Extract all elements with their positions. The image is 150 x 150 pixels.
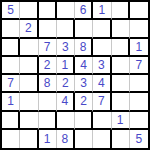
cell-r4c6[interactable]: 3 (93, 57, 111, 75)
cell-r2c6[interactable] (93, 20, 111, 38)
cell-r3c5[interactable]: 8 (75, 39, 93, 57)
cell-r4c1[interactable] (2, 57, 20, 75)
cell-r6c5[interactable]: 2 (75, 93, 93, 111)
cell-r3c8[interactable]: 1 (130, 39, 148, 57)
cell-r3c4[interactable]: 3 (57, 39, 75, 57)
cell-r7c8[interactable] (130, 112, 148, 130)
cell-r5c6[interactable]: 4 (93, 75, 111, 93)
cell-r2c2[interactable]: 2 (20, 20, 38, 38)
cell-r5c1[interactable]: 7 (2, 75, 20, 93)
cell-r5c7[interactable] (112, 75, 130, 93)
cell-r4c5[interactable]: 4 (75, 57, 93, 75)
cell-r2c7[interactable] (112, 20, 130, 38)
cell-r6c8[interactable] (130, 93, 148, 111)
cell-r8c3[interactable]: 1 (39, 130, 57, 148)
cell-r5c4[interactable]: 2 (57, 75, 75, 93)
cell-r3c7[interactable] (112, 39, 130, 57)
cell-r8c5[interactable] (75, 130, 93, 148)
cell-r7c5[interactable] (75, 112, 93, 130)
cell-r5c2[interactable] (20, 75, 38, 93)
cell-r1c1[interactable]: 5 (2, 2, 20, 20)
cell-r8c2[interactable] (20, 130, 38, 148)
cell-r7c3[interactable] (39, 112, 57, 130)
cell-r2c5[interactable] (75, 20, 93, 38)
cell-r3c3[interactable]: 7 (39, 39, 57, 57)
cell-r1c7[interactable] (112, 2, 130, 20)
cell-r8c8[interactable]: 5 (130, 130, 148, 148)
cell-r1c5[interactable]: 6 (75, 2, 93, 20)
cell-r6c4[interactable]: 4 (57, 93, 75, 111)
cell-r5c5[interactable]: 3 (75, 75, 93, 93)
cell-r3c1[interactable] (2, 39, 20, 57)
cell-r7c6[interactable] (93, 112, 111, 130)
cell-r1c4[interactable] (57, 2, 75, 20)
cell-r2c3[interactable] (39, 20, 57, 38)
cell-r4c7[interactable] (112, 57, 130, 75)
cell-r7c7[interactable]: 1 (112, 112, 130, 130)
cell-r7c1[interactable] (2, 112, 20, 130)
cell-r4c3[interactable]: 2 (39, 57, 57, 75)
cell-r8c4[interactable]: 8 (57, 130, 75, 148)
cell-r4c4[interactable]: 1 (57, 57, 75, 75)
cell-r1c2[interactable] (20, 2, 38, 20)
cell-r6c6[interactable]: 7 (93, 93, 111, 111)
cell-r5c8[interactable] (130, 75, 148, 93)
puzzle-board: 56127381214377823414271185 (0, 0, 150, 150)
cell-r8c6[interactable] (93, 130, 111, 148)
cell-r6c7[interactable] (112, 93, 130, 111)
cell-r8c1[interactable] (2, 130, 20, 148)
cell-r2c8[interactable] (130, 20, 148, 38)
cell-r1c8[interactable] (130, 2, 148, 20)
cell-r4c2[interactable] (20, 57, 38, 75)
cell-r6c1[interactable]: 1 (2, 93, 20, 111)
cell-r2c4[interactable] (57, 20, 75, 38)
cell-r5c3[interactable]: 8 (39, 75, 57, 93)
cell-r3c6[interactable] (93, 39, 111, 57)
cell-r3c2[interactable] (20, 39, 38, 57)
cell-r7c2[interactable] (20, 112, 38, 130)
cell-r1c3[interactable] (39, 2, 57, 20)
cell-r6c3[interactable] (39, 93, 57, 111)
cell-r8c7[interactable] (112, 130, 130, 148)
cell-r6c2[interactable] (20, 93, 38, 111)
cell-r4c8[interactable]: 7 (130, 57, 148, 75)
cell-r2c1[interactable] (2, 20, 20, 38)
cell-r7c4[interactable] (57, 112, 75, 130)
cell-r1c6[interactable]: 1 (93, 2, 111, 20)
